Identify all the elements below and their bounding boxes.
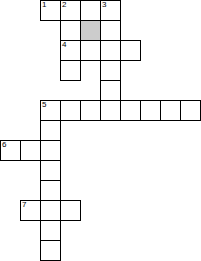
clue-number: 6 — [2, 141, 6, 149]
grid-cell[interactable] — [80, 0, 101, 21]
grid-cell[interactable]: 2 — [60, 0, 81, 21]
grid-cell[interactable] — [40, 140, 61, 161]
grid-cell[interactable]: 7 — [20, 200, 41, 221]
grid-cell[interactable] — [120, 100, 141, 121]
grid-cell[interactable] — [80, 40, 101, 61]
grid-cell[interactable] — [180, 100, 201, 121]
grid-cell[interactable]: 5 — [40, 100, 61, 121]
grid-cell[interactable] — [40, 240, 61, 261]
grid-cell[interactable] — [100, 60, 121, 81]
grid-cell[interactable] — [60, 100, 81, 121]
grid-cell[interactable] — [40, 200, 61, 221]
grid-cell[interactable]: 6 — [0, 140, 21, 161]
grid-cell[interactable] — [80, 100, 101, 121]
grid-cell-shaded[interactable] — [80, 20, 101, 41]
grid-cell[interactable] — [20, 140, 41, 161]
grid-cell[interactable] — [40, 180, 61, 201]
grid-cell[interactable] — [60, 20, 81, 41]
grid-cell[interactable]: 1 — [40, 0, 61, 21]
clue-number: 1 — [42, 1, 46, 9]
grid-cell[interactable] — [120, 40, 141, 61]
grid-cell[interactable]: 4 — [60, 40, 81, 61]
grid-cell[interactable] — [140, 100, 161, 121]
grid-cell[interactable] — [40, 220, 61, 241]
grid-cell[interactable]: 3 — [100, 0, 121, 21]
clue-number: 2 — [62, 1, 66, 9]
crossword-grid: 1234567 — [0, 0, 201, 261]
grid-cell[interactable] — [100, 80, 121, 101]
clue-number: 5 — [42, 101, 46, 109]
grid-cell[interactable] — [40, 120, 61, 141]
grid-cell[interactable] — [40, 160, 61, 181]
grid-cell[interactable] — [60, 200, 81, 221]
grid-cell[interactable] — [100, 20, 121, 41]
clue-number: 4 — [62, 41, 66, 49]
grid-cell[interactable] — [60, 60, 81, 81]
clue-number: 7 — [22, 201, 26, 209]
grid-cell[interactable] — [160, 100, 181, 121]
grid-cell[interactable] — [100, 100, 121, 121]
clue-number: 3 — [102, 1, 106, 9]
grid-cell[interactable] — [100, 40, 121, 61]
